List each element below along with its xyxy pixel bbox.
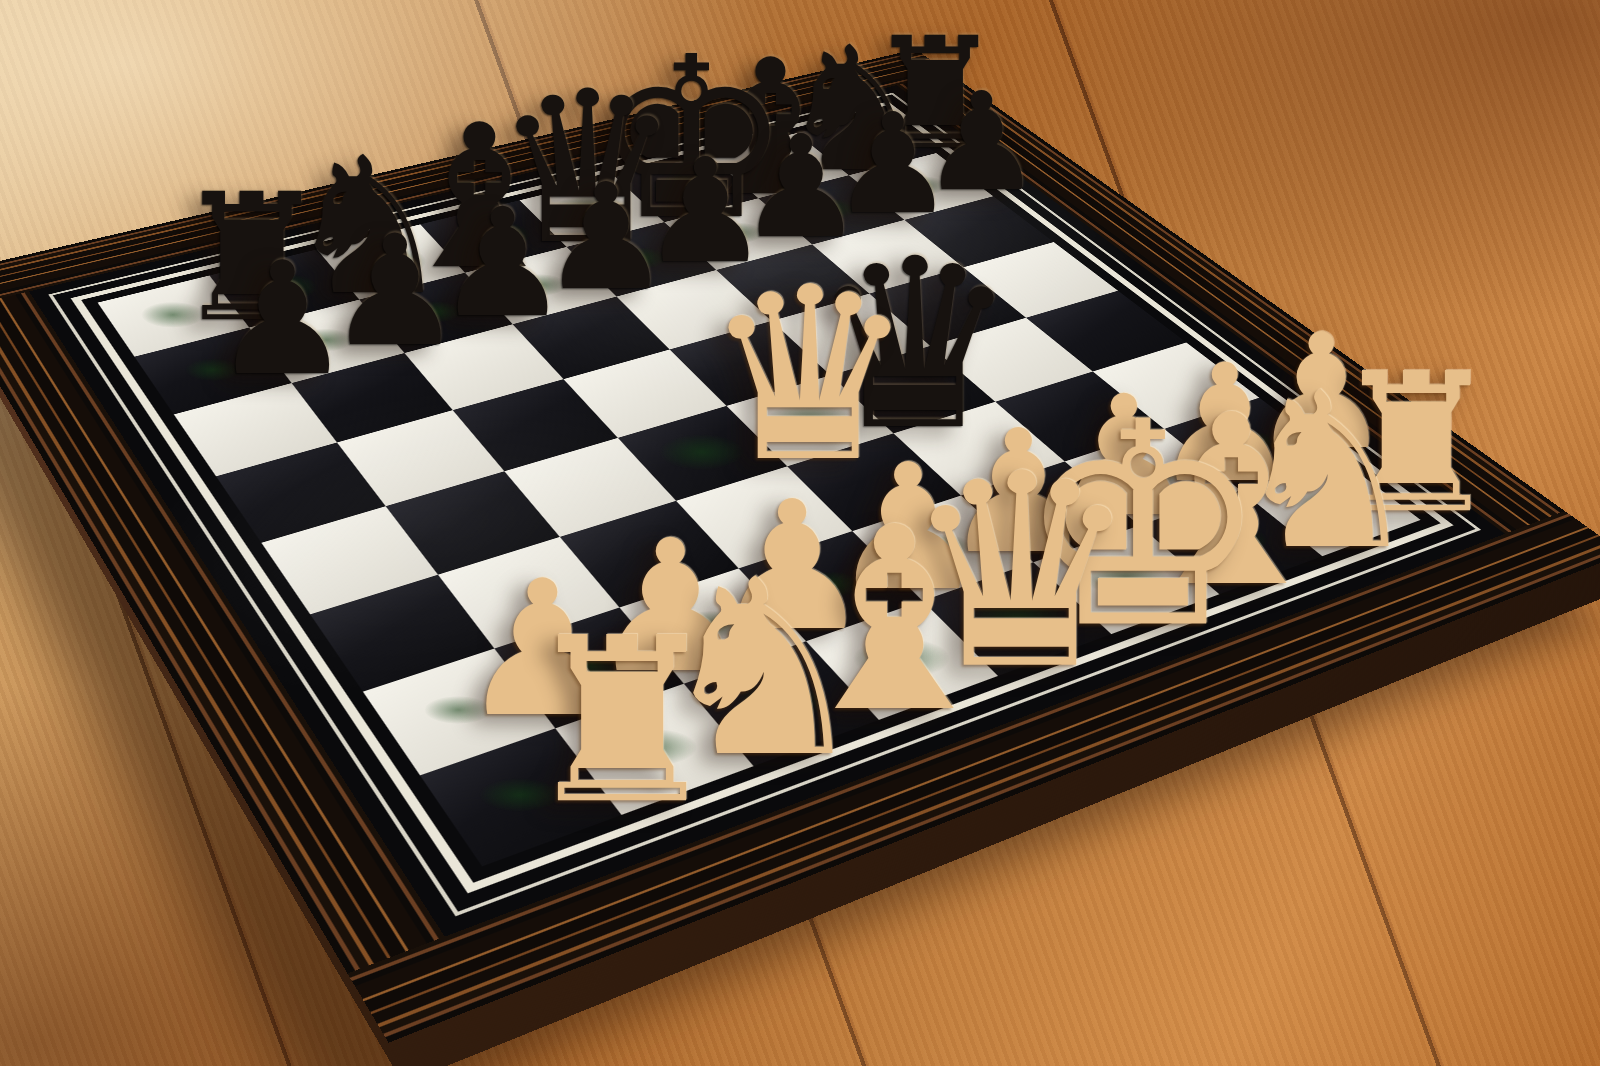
photo-stage: ♜♞♝♛♚♝♞♜♟♟♟♟♟♟♟♟♛♛♟♟♟♟♟♟♟♟♜♞♝♛♚♝♞♜ [0,0,1600,1066]
pieces-layer: ♜♞♝♛♚♝♞♜♟♟♟♟♟♟♟♟♛♛♟♟♟♟♟♟♟♟♜♞♝♛♚♝♞♜ [0,0,1600,1066]
